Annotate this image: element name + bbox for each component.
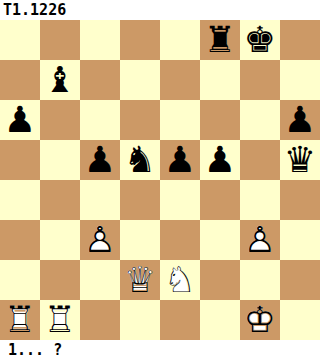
- square-b3[interactable]: [40, 220, 80, 260]
- square-e3[interactable]: [160, 220, 200, 260]
- square-d5[interactable]: ♞: [120, 140, 160, 180]
- square-g4[interactable]: [240, 180, 280, 220]
- square-a6[interactable]: ♟: [0, 100, 40, 140]
- piece-white-king[interactable]: ♚♔: [240, 300, 280, 340]
- square-g5[interactable]: [240, 140, 280, 180]
- square-c5[interactable]: ♟: [80, 140, 120, 180]
- square-h3[interactable]: [280, 220, 320, 260]
- square-g8[interactable]: ♚: [240, 20, 280, 60]
- piece-black-bishop[interactable]: ♝: [40, 60, 80, 100]
- square-b8[interactable]: [40, 20, 80, 60]
- square-f2[interactable]: [200, 260, 240, 300]
- piece-white-knight[interactable]: ♞♘: [160, 260, 200, 300]
- white-piece-outline: ♙: [80, 220, 120, 260]
- square-a4[interactable]: [0, 180, 40, 220]
- piece-white-pawn[interactable]: ♟♙: [240, 220, 280, 260]
- square-a3[interactable]: [0, 220, 40, 260]
- white-piece-outline: ♔: [240, 300, 280, 340]
- puzzle-window: T1.1226 ♜♚♝♟♟♟♞♟♟♛♟♙♟♙♛♕♞♘♜♖♜♖♚♔ 1... ?: [0, 0, 320, 360]
- square-f3[interactable]: [200, 220, 240, 260]
- piece-black-king[interactable]: ♚: [240, 20, 280, 60]
- white-piece-outline: ♖: [0, 300, 40, 340]
- square-h2[interactable]: [280, 260, 320, 300]
- square-b5[interactable]: [40, 140, 80, 180]
- square-d2[interactable]: ♛♕: [120, 260, 160, 300]
- square-a5[interactable]: [0, 140, 40, 180]
- square-h6[interactable]: ♟: [280, 100, 320, 140]
- white-piece-outline: ♖: [40, 300, 80, 340]
- white-piece-outline: ♕: [120, 260, 160, 300]
- square-f8[interactable]: ♜: [200, 20, 240, 60]
- piece-black-knight[interactable]: ♞: [120, 140, 160, 180]
- white-piece-outline: ♙: [240, 220, 280, 260]
- square-h7[interactable]: [280, 60, 320, 100]
- piece-white-rook[interactable]: ♜♖: [0, 300, 40, 340]
- piece-black-queen[interactable]: ♛: [280, 140, 320, 180]
- square-h1[interactable]: [280, 300, 320, 340]
- square-a2[interactable]: [0, 260, 40, 300]
- puzzle-id: T1.1226: [0, 0, 320, 20]
- square-a8[interactable]: [0, 20, 40, 60]
- square-a1[interactable]: ♜♖: [0, 300, 40, 340]
- square-f6[interactable]: [200, 100, 240, 140]
- piece-black-pawn[interactable]: ♟: [0, 100, 40, 140]
- piece-white-pawn[interactable]: ♟♙: [80, 220, 120, 260]
- piece-black-pawn[interactable]: ♟: [80, 140, 120, 180]
- square-a7[interactable]: [0, 60, 40, 100]
- square-c1[interactable]: [80, 300, 120, 340]
- square-b1[interactable]: ♜♖: [40, 300, 80, 340]
- square-c4[interactable]: [80, 180, 120, 220]
- move-prompt: 1... ?: [0, 340, 320, 360]
- square-f4[interactable]: [200, 180, 240, 220]
- square-e4[interactable]: [160, 180, 200, 220]
- square-b2[interactable]: [40, 260, 80, 300]
- piece-black-pawn[interactable]: ♟: [280, 100, 320, 140]
- chess-board: ♜♚♝♟♟♟♞♟♟♛♟♙♟♙♛♕♞♘♜♖♜♖♚♔: [0, 20, 320, 340]
- square-g6[interactable]: [240, 100, 280, 140]
- piece-black-pawn[interactable]: ♟: [200, 140, 240, 180]
- square-d1[interactable]: [120, 300, 160, 340]
- square-b7[interactable]: ♝: [40, 60, 80, 100]
- square-d6[interactable]: [120, 100, 160, 140]
- piece-white-rook[interactable]: ♜♖: [40, 300, 80, 340]
- square-c3[interactable]: ♟♙: [80, 220, 120, 260]
- piece-black-rook[interactable]: ♜: [200, 20, 240, 60]
- piece-black-pawn[interactable]: ♟: [160, 140, 200, 180]
- square-c8[interactable]: [80, 20, 120, 60]
- square-f5[interactable]: ♟: [200, 140, 240, 180]
- square-h8[interactable]: [280, 20, 320, 60]
- square-d8[interactable]: [120, 20, 160, 60]
- square-e8[interactable]: [160, 20, 200, 60]
- square-d3[interactable]: [120, 220, 160, 260]
- square-d4[interactable]: [120, 180, 160, 220]
- square-c7[interactable]: [80, 60, 120, 100]
- square-g7[interactable]: [240, 60, 280, 100]
- square-d7[interactable]: [120, 60, 160, 100]
- square-c6[interactable]: [80, 100, 120, 140]
- square-e2[interactable]: ♞♘: [160, 260, 200, 300]
- square-b6[interactable]: [40, 100, 80, 140]
- square-g1[interactable]: ♚♔: [240, 300, 280, 340]
- square-f1[interactable]: [200, 300, 240, 340]
- square-e1[interactable]: [160, 300, 200, 340]
- square-h5[interactable]: ♛: [280, 140, 320, 180]
- square-g3[interactable]: ♟♙: [240, 220, 280, 260]
- square-e6[interactable]: [160, 100, 200, 140]
- square-f7[interactable]: [200, 60, 240, 100]
- square-c2[interactable]: [80, 260, 120, 300]
- square-e5[interactable]: ♟: [160, 140, 200, 180]
- square-b4[interactable]: [40, 180, 80, 220]
- square-h4[interactable]: [280, 180, 320, 220]
- square-g2[interactable]: [240, 260, 280, 300]
- white-piece-outline: ♘: [160, 260, 200, 300]
- piece-white-queen[interactable]: ♛♕: [120, 260, 160, 300]
- square-e7[interactable]: [160, 60, 200, 100]
